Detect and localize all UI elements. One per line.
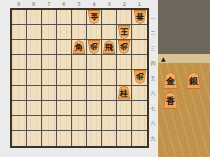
square-13[interactable]: [132, 40, 147, 55]
file-label-8: 8: [26, 0, 41, 8]
square-87[interactable]: [27, 101, 42, 116]
square-51[interactable]: [72, 10, 87, 25]
square-11[interactable]: 香: [132, 10, 147, 25]
square-58[interactable]: [72, 116, 87, 131]
square-33[interactable]: 飛: [102, 40, 117, 55]
piece-sente-rook[interactable]: 飛: [103, 40, 116, 54]
square-68[interactable]: [57, 116, 72, 131]
square-25[interactable]: [117, 70, 132, 85]
square-85[interactable]: [27, 70, 42, 85]
piece-sente-knight[interactable]: 桂: [118, 86, 131, 100]
square-39[interactable]: [102, 131, 117, 146]
rank-label-4: 四: [149, 55, 157, 70]
pawn-kanji: 歩: [120, 42, 128, 52]
file-label-1: 1: [132, 0, 147, 8]
square-77[interactable]: [42, 101, 57, 116]
rank-labels: 一二三四五六七八九: [149, 10, 157, 145]
square-88[interactable]: [27, 116, 42, 131]
rank-label-1: 一: [149, 10, 157, 25]
square-31[interactable]: [102, 10, 117, 25]
square-57[interactable]: [72, 101, 87, 116]
square-17[interactable]: [132, 101, 147, 116]
square-69[interactable]: [57, 131, 72, 146]
square-35[interactable]: [102, 70, 117, 85]
gold-kanji: 金: [90, 12, 98, 22]
square-98[interactable]: [12, 116, 27, 131]
square-95[interactable]: [12, 70, 27, 85]
square-28[interactable]: [117, 116, 132, 131]
square-89[interactable]: [27, 131, 42, 146]
square-94[interactable]: [12, 55, 27, 70]
square-71[interactable]: [42, 10, 57, 25]
square-26[interactable]: 桂: [117, 86, 132, 101]
pawn-kanji: 歩: [90, 42, 98, 52]
square-76[interactable]: [42, 86, 57, 101]
square-44[interactable]: [87, 55, 102, 70]
square-79[interactable]: [42, 131, 57, 146]
square-55[interactable]: [72, 70, 87, 85]
square-15[interactable]: 歩: [132, 70, 147, 85]
square-59[interactable]: [72, 131, 87, 146]
file-label-4: 4: [87, 0, 102, 8]
square-36[interactable]: [102, 86, 117, 101]
rank-label-5: 五: [149, 70, 157, 85]
square-83[interactable]: [27, 40, 42, 55]
rank-label-2: 二: [149, 25, 157, 40]
square-32[interactable]: [102, 25, 117, 40]
square-86[interactable]: [27, 86, 42, 101]
square-22[interactable]: 王: [117, 25, 132, 40]
rank-label-3: 三: [149, 40, 157, 55]
square-93[interactable]: [12, 40, 27, 55]
square-47[interactable]: [87, 101, 102, 116]
file-label-5: 5: [71, 0, 86, 8]
square-14[interactable]: [132, 55, 147, 70]
tsume-shogi-widget: 987654321 一二三四五六七八九 金香王角歩飛歩歩桂 ▲ 金銀香: [0, 0, 210, 157]
square-82[interactable]: [27, 25, 42, 40]
square-97[interactable]: [12, 101, 27, 116]
rank-label-7: 七: [149, 100, 157, 115]
square-91[interactable]: [12, 10, 27, 25]
lance-kanji: 香: [166, 95, 175, 106]
file-label-3: 3: [102, 0, 117, 8]
sente-turn-indicator-icon: ▲: [161, 54, 166, 63]
square-16[interactable]: [132, 86, 147, 101]
square-54[interactable]: [72, 55, 87, 70]
file-label-9: 9: [11, 0, 26, 8]
square-92[interactable]: [12, 25, 27, 40]
piece-gote-gold[interactable]: 金: [88, 10, 101, 24]
square-37[interactable]: [102, 101, 117, 116]
square-19[interactable]: [132, 131, 147, 146]
piece-gote-pawn[interactable]: 歩: [133, 70, 146, 84]
square-45[interactable]: [87, 70, 102, 85]
hand-piece-lance[interactable]: 香: [163, 92, 178, 109]
rank-label-6: 六: [149, 85, 157, 100]
bishop-kanji: 角: [75, 42, 83, 52]
square-74[interactable]: [42, 55, 57, 70]
silver-kanji: 銀: [189, 75, 198, 86]
piece-sente-bishop[interactable]: 角: [73, 40, 86, 54]
square-27[interactable]: [117, 101, 132, 116]
square-66[interactable]: [57, 86, 72, 101]
square-96[interactable]: [12, 86, 27, 101]
square-63[interactable]: [57, 40, 72, 55]
square-23[interactable]: 歩: [117, 40, 132, 55]
square-18[interactable]: [132, 116, 147, 131]
square-41[interactable]: 金: [87, 10, 102, 25]
file-label-2: 2: [117, 0, 132, 8]
square-52[interactable]: [72, 25, 87, 40]
hand-piece-gold[interactable]: 金: [163, 72, 178, 89]
square-72[interactable]: [42, 25, 57, 40]
square-29[interactable]: [117, 131, 132, 146]
pawn-kanji: 歩: [136, 72, 144, 82]
square-99[interactable]: [12, 131, 27, 146]
square-12[interactable]: [132, 25, 147, 40]
square-84[interactable]: [27, 55, 42, 70]
file-labels: 987654321: [11, 0, 147, 8]
square-21[interactable]: [117, 10, 132, 25]
rook-kanji: 飛: [105, 42, 113, 52]
square-24[interactable]: [117, 55, 132, 70]
piece-gote-king[interactable]: 王: [118, 25, 131, 39]
square-64[interactable]: [57, 55, 72, 70]
square-62[interactable]: [57, 25, 72, 40]
hand-piece-silver[interactable]: 銀: [186, 72, 201, 89]
square-75[interactable]: [42, 70, 57, 85]
shogi-board: 金香王角歩飛歩歩桂: [10, 8, 149, 148]
gold-kanji: 金: [166, 75, 175, 86]
side-panel: ▲ 金銀香: [158, 0, 210, 157]
square-73[interactable]: [42, 40, 57, 55]
king-kanji: 王: [120, 27, 128, 37]
file-label-6: 6: [56, 0, 71, 8]
square-49[interactable]: [87, 131, 102, 146]
square-61[interactable]: [57, 10, 72, 25]
knight-kanji: 桂: [120, 88, 128, 98]
square-53[interactable]: 角: [72, 40, 87, 55]
square-78[interactable]: [42, 116, 57, 131]
square-81[interactable]: [27, 10, 42, 25]
piece-gote-pawn[interactable]: 歩: [88, 40, 101, 54]
piece-gote-lance[interactable]: 香: [133, 10, 146, 24]
square-46[interactable]: [87, 86, 102, 101]
rank-label-8: 八: [149, 115, 157, 130]
sente-hand-tray: 金銀香: [158, 63, 210, 157]
square-56[interactable]: [72, 86, 87, 101]
turn-strip: ▲: [158, 54, 210, 63]
gote-hand-area: [158, 0, 210, 54]
square-65[interactable]: [57, 70, 72, 85]
piece-gote-pawn[interactable]: 歩: [118, 40, 131, 54]
square-48[interactable]: [87, 116, 102, 131]
square-42[interactable]: [87, 25, 102, 40]
file-label-7: 7: [41, 0, 56, 8]
lance-kanji: 香: [136, 12, 144, 22]
square-34[interactable]: [102, 55, 117, 70]
square-43[interactable]: 歩: [87, 40, 102, 55]
square-67[interactable]: [57, 101, 72, 116]
square-38[interactable]: [102, 116, 117, 131]
rank-label-9: 九: [149, 130, 157, 145]
